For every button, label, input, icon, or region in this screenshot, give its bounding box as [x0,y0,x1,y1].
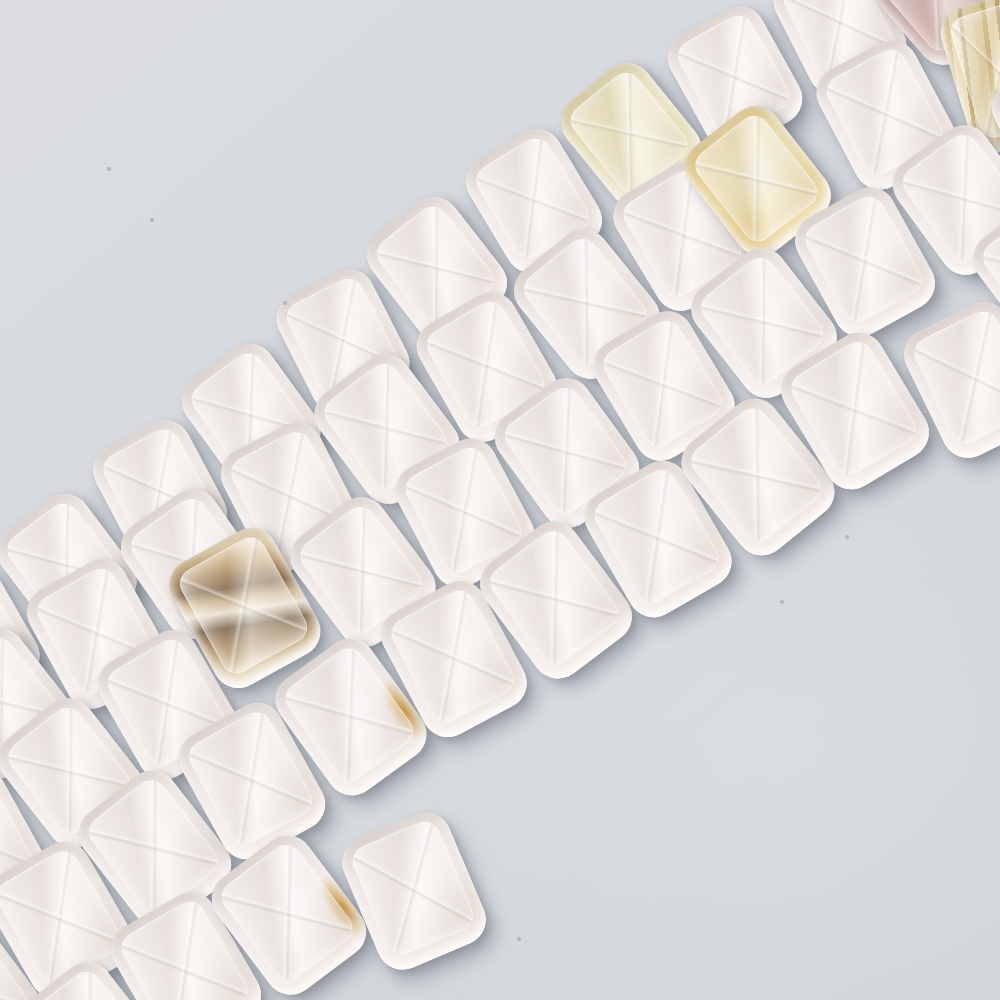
dust-speck [517,937,521,941]
bead-strand-photo [0,0,1000,1000]
dust-speck [150,218,154,222]
dust-speck [780,600,784,604]
dust-speck [283,301,287,305]
dust-speck [845,535,849,539]
dust-speck [107,167,111,171]
bead-white [334,804,494,977]
